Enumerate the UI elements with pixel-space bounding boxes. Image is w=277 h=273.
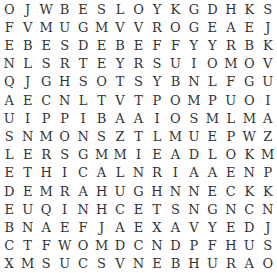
grid-cell-r10c6[interactable]: A	[92, 164, 110, 182]
grid-cell-r9c7[interactable]: M	[111, 146, 129, 164]
grid-cell-r3c5[interactable]: D	[74, 36, 92, 54]
grid-cell-r12c12[interactable]: G	[203, 200, 221, 218]
grid-cell-r11c5[interactable]: A	[74, 182, 92, 200]
grid-cell-r12c4[interactable]: I	[55, 200, 73, 218]
grid-cell-r7c9[interactable]: I	[148, 109, 166, 127]
grid-cell-r14c15[interactable]: S	[259, 237, 277, 255]
grid-cell-r3c3[interactable]: E	[37, 36, 55, 54]
grid-cell-r15c1[interactable]: X	[0, 255, 18, 273]
grid-cell-r3c2[interactable]: B	[18, 36, 36, 54]
grid-cell-r11c4[interactable]: R	[55, 182, 73, 200]
grid-cell-r12c11[interactable]: N	[185, 200, 203, 218]
grid-cell-r12c5[interactable]: N	[74, 200, 92, 218]
grid-cell-r7c4[interactable]: P	[55, 109, 73, 127]
grid-cell-r14c4[interactable]: W	[55, 237, 73, 255]
grid-cell-r3c4[interactable]: S	[55, 36, 73, 54]
grid-cell-r4c13[interactable]: M	[222, 55, 240, 73]
grid-cell-r5c11[interactable]: N	[185, 73, 203, 91]
grid-cell-r5c8[interactable]: S	[129, 73, 147, 91]
grid-cell-r6c4[interactable]: N	[55, 91, 73, 109]
grid-cell-r14c8[interactable]: C	[129, 237, 147, 255]
grid-cell-r14c5[interactable]: O	[74, 237, 92, 255]
grid-cell-r11c2[interactable]: E	[18, 182, 36, 200]
grid-cell-r6c12[interactable]: P	[203, 91, 221, 109]
grid-cell-r15c14[interactable]: A	[240, 255, 258, 273]
grid-cell-r10c1[interactable]: E	[0, 164, 18, 182]
grid-cell-r14c7[interactable]: D	[111, 237, 129, 255]
grid-cell-r2c8[interactable]: V	[129, 18, 147, 36]
grid-cell-r2c7[interactable]: V	[111, 18, 129, 36]
grid-cell-r9c14[interactable]: K	[240, 146, 258, 164]
grid-cell-r11c14[interactable]: K	[240, 182, 258, 200]
grid-cell-r12c15[interactable]: N	[259, 200, 277, 218]
grid-cell-r5c6[interactable]: O	[92, 73, 110, 91]
grid-cell-r10c13[interactable]: E	[222, 164, 240, 182]
grid-cell-r3c1[interactable]: E	[0, 36, 18, 54]
grid-cell-r10c8[interactable]: N	[129, 164, 147, 182]
grid-cell-r10c14[interactable]: N	[240, 164, 258, 182]
grid-cell-r7c5[interactable]: I	[74, 109, 92, 127]
grid-cell-r7c14[interactable]: M	[240, 109, 258, 127]
grid-cell-r14c9[interactable]: N	[148, 237, 166, 255]
grid-cell-r5c9[interactable]: Y	[148, 73, 166, 91]
grid-cell-r10c9[interactable]: R	[148, 164, 166, 182]
grid-cell-r8c8[interactable]: T	[129, 127, 147, 145]
grid-cell-r6c11[interactable]: M	[185, 91, 203, 109]
grid-cell-r2c12[interactable]: E	[203, 18, 221, 36]
grid-cell-r2c6[interactable]: M	[92, 18, 110, 36]
grid-cell-r4c5[interactable]: T	[74, 55, 92, 73]
grid-cell-r15c13[interactable]: R	[222, 255, 240, 273]
grid-cell-r7c12[interactable]: M	[203, 109, 221, 127]
grid-cell-r5c10[interactable]: B	[166, 73, 184, 91]
grid-cell-r4c14[interactable]: O	[240, 55, 258, 73]
grid-cell-r5c15[interactable]: U	[259, 73, 277, 91]
grid-cell-r9c6[interactable]: M	[92, 146, 110, 164]
grid-cell-r6c7[interactable]: V	[111, 91, 129, 109]
grid-cell-r4c8[interactable]: R	[129, 55, 147, 73]
grid-cell-r4c4[interactable]: R	[55, 55, 73, 73]
grid-cell-r3c6[interactable]: E	[92, 36, 110, 54]
grid-cell-r15c11[interactable]: H	[185, 255, 203, 273]
grid-cell-r1c3[interactable]: W	[37, 0, 55, 18]
grid-cell-r1c6[interactable]: S	[92, 0, 110, 18]
grid-cell-r4c7[interactable]: Y	[111, 55, 129, 73]
grid-cell-r15c6[interactable]: S	[92, 255, 110, 273]
grid-cell-r1c2[interactable]: J	[18, 0, 36, 18]
grid-cell-r8c7[interactable]: Z	[111, 127, 129, 145]
grid-cell-r1c12[interactable]: D	[203, 0, 221, 18]
grid-cell-r1c5[interactable]: E	[74, 0, 92, 18]
grid-cell-r11c11[interactable]: N	[185, 182, 203, 200]
grid-cell-r10c4[interactable]: I	[55, 164, 73, 182]
grid-cell-r1c14[interactable]: K	[240, 0, 258, 18]
grid-cell-r4c12[interactable]: O	[203, 55, 221, 73]
grid-cell-r5c13[interactable]: F	[222, 73, 240, 91]
grid-cell-r14c14[interactable]: U	[240, 237, 258, 255]
grid-cell-r8c11[interactable]: U	[185, 127, 203, 145]
grid-cell-r10c15[interactable]: P	[259, 164, 277, 182]
grid-cell-r3c11[interactable]: Y	[185, 36, 203, 54]
grid-cell-r7c7[interactable]: A	[111, 109, 129, 127]
grid-cell-r4c10[interactable]: U	[166, 55, 184, 73]
grid-cell-r12c7[interactable]: C	[111, 200, 129, 218]
grid-cell-r12c3[interactable]: Q	[37, 200, 55, 218]
grid-cell-r10c10[interactable]: I	[166, 164, 184, 182]
grid-cell-r11c7[interactable]: U	[111, 182, 129, 200]
grid-cell-r13c14[interactable]: D	[240, 218, 258, 236]
grid-cell-r1c7[interactable]: L	[111, 0, 129, 18]
grid-cell-r12c8[interactable]: E	[129, 200, 147, 218]
grid-cell-r11c15[interactable]: K	[259, 182, 277, 200]
grid-cell-r11c8[interactable]: G	[129, 182, 147, 200]
grid-cell-r6c9[interactable]: P	[148, 91, 166, 109]
word-search-grid: OJWBESLOYKGDHKSFVMUGMVVROGEAEJEBESDEBEFF…	[0, 0, 277, 273]
grid-cell-r5c1[interactable]: Q	[0, 73, 18, 91]
grid-cell-r4c15[interactable]: V	[259, 55, 277, 73]
grid-cell-r10c11[interactable]: A	[185, 164, 203, 182]
grid-cell-r8c13[interactable]: P	[222, 127, 240, 145]
grid-cell-r4c9[interactable]: S	[148, 55, 166, 73]
grid-cell-r15c3[interactable]: S	[37, 255, 55, 273]
grid-cell-r3c13[interactable]: R	[222, 36, 240, 54]
grid-cell-r13c1[interactable]: B	[0, 218, 18, 236]
grid-cell-r15c10[interactable]: B	[166, 255, 184, 273]
grid-cell-r8c1[interactable]: S	[0, 127, 18, 145]
grid-cell-r12c1[interactable]: E	[0, 200, 18, 218]
grid-cell-r14c2[interactable]: T	[18, 237, 36, 255]
grid-cell-r5c12[interactable]: L	[203, 73, 221, 91]
grid-cell-r1c9[interactable]: Y	[148, 0, 166, 18]
grid-cell-r4c3[interactable]: S	[37, 55, 55, 73]
grid-cell-r10c12[interactable]: A	[203, 164, 221, 182]
grid-cell-r6c3[interactable]: C	[37, 91, 55, 109]
grid-cell-r13c6[interactable]: J	[92, 218, 110, 236]
grid-cell-r9c4[interactable]: S	[55, 146, 73, 164]
grid-cell-r8c4[interactable]: O	[55, 127, 73, 145]
grid-cell-r8c2[interactable]: N	[18, 127, 36, 145]
grid-cell-r11c3[interactable]: M	[37, 182, 55, 200]
grid-cell-r13c9[interactable]: X	[148, 218, 166, 236]
grid-cell-r9c10[interactable]: A	[166, 146, 184, 164]
grid-cell-r15c9[interactable]: E	[148, 255, 166, 273]
grid-cell-r3c7[interactable]: B	[111, 36, 129, 54]
grid-cell-r15c4[interactable]: U	[55, 255, 73, 273]
grid-cell-r3c15[interactable]: K	[259, 36, 277, 54]
grid-cell-r2c11[interactable]: G	[185, 18, 203, 36]
grid-cell-r15c15[interactable]: O	[259, 255, 277, 273]
grid-cell-r6c8[interactable]: T	[129, 91, 147, 109]
grid-cell-r5c4[interactable]: H	[55, 73, 73, 91]
grid-cell-r11c10[interactable]: N	[166, 182, 184, 200]
grid-cell-r4c1[interactable]: N	[0, 55, 18, 73]
grid-cell-r12c14[interactable]: C	[240, 200, 258, 218]
grid-cell-r15c12[interactable]: U	[203, 255, 221, 273]
grid-cell-r7c13[interactable]: L	[222, 109, 240, 127]
grid-cell-r9c5[interactable]: G	[74, 146, 92, 164]
grid-cell-r6c14[interactable]: O	[240, 91, 258, 109]
grid-cell-r7c6[interactable]: B	[92, 109, 110, 127]
grid-cell-r2c13[interactable]: A	[222, 18, 240, 36]
grid-cell-r2c1[interactable]: F	[0, 18, 18, 36]
grid-cell-r9c11[interactable]: D	[185, 146, 203, 164]
grid-cell-r2c5[interactable]: G	[74, 18, 92, 36]
grid-cell-r1c11[interactable]: G	[185, 0, 203, 18]
grid-cell-r14c12[interactable]: F	[203, 237, 221, 255]
grid-cell-r4c6[interactable]: E	[92, 55, 110, 73]
grid-cell-r5c3[interactable]: G	[37, 73, 55, 91]
grid-cell-r6c15[interactable]: I	[259, 91, 277, 109]
grid-cell-r8c6[interactable]: S	[92, 127, 110, 145]
grid-cell-r6c6[interactable]: T	[92, 91, 110, 109]
grid-cell-r14c1[interactable]: C	[0, 237, 18, 255]
grid-cell-r11c6[interactable]: H	[92, 182, 110, 200]
grid-cell-r13c15[interactable]: J	[259, 218, 277, 236]
grid-cell-r15c8[interactable]: N	[129, 255, 147, 273]
grid-cell-r7c8[interactable]: A	[129, 109, 147, 127]
grid-cell-r13c8[interactable]: E	[129, 218, 147, 236]
grid-cell-r2c4[interactable]: U	[55, 18, 73, 36]
grid-cell-r6c13[interactable]: U	[222, 91, 240, 109]
grid-cell-r13c7[interactable]: A	[111, 218, 129, 236]
grid-cell-r11c1[interactable]: D	[0, 182, 18, 200]
grid-cell-r8c3[interactable]: M	[37, 127, 55, 145]
grid-cell-r7c3[interactable]: P	[37, 109, 55, 127]
grid-cell-r15c5[interactable]: C	[74, 255, 92, 273]
grid-cell-r9c9[interactable]: E	[148, 146, 166, 164]
grid-cell-r13c5[interactable]: F	[74, 218, 92, 236]
grid-cell-r14c11[interactable]: P	[185, 237, 203, 255]
grid-cell-r4c11[interactable]: I	[185, 55, 203, 73]
grid-cell-r10c5[interactable]: C	[74, 164, 92, 182]
grid-cell-r13c11[interactable]: V	[185, 218, 203, 236]
grid-cell-r2c10[interactable]: O	[166, 18, 184, 36]
grid-cell-r13c2[interactable]: N	[18, 218, 36, 236]
grid-cell-r8c9[interactable]: L	[148, 127, 166, 145]
grid-cell-r1c1[interactable]: O	[0, 0, 18, 18]
grid-cell-r2c14[interactable]: E	[240, 18, 258, 36]
grid-cell-r7c10[interactable]: O	[166, 109, 184, 127]
grid-cell-r8c14[interactable]: W	[240, 127, 258, 145]
grid-cell-r9c3[interactable]: R	[37, 146, 55, 164]
grid-cell-r5c7[interactable]: T	[111, 73, 129, 91]
grid-cell-r11c13[interactable]: C	[222, 182, 240, 200]
grid-cell-r2c3[interactable]: M	[37, 18, 55, 36]
grid-cell-r9c12[interactable]: L	[203, 146, 221, 164]
grid-cell-r2c15[interactable]: J	[259, 18, 277, 36]
grid-cell-r3c12[interactable]: Y	[203, 36, 221, 54]
grid-cell-r14c13[interactable]: H	[222, 237, 240, 255]
grid-cell-r14c3[interactable]: F	[37, 237, 55, 255]
grid-cell-r3c14[interactable]: B	[240, 36, 258, 54]
grid-cell-r11c9[interactable]: H	[148, 182, 166, 200]
grid-cell-r15c2[interactable]: M	[18, 255, 36, 273]
grid-cell-r1c4[interactable]: B	[55, 0, 73, 18]
grid-cell-r6c1[interactable]: A	[0, 91, 18, 109]
grid-cell-r6c2[interactable]: E	[18, 91, 36, 109]
grid-cell-r1c8[interactable]: O	[129, 0, 147, 18]
grid-cell-r10c2[interactable]: T	[18, 164, 36, 182]
grid-cell-r5c14[interactable]: G	[240, 73, 258, 91]
grid-cell-r5c5[interactable]: S	[74, 73, 92, 91]
grid-cell-r13c10[interactable]: A	[166, 218, 184, 236]
grid-cell-r8c12[interactable]: E	[203, 127, 221, 145]
grid-cell-r8c5[interactable]: N	[74, 127, 92, 145]
grid-cell-r12c13[interactable]: N	[222, 200, 240, 218]
grid-cell-r13c13[interactable]: E	[222, 218, 240, 236]
grid-cell-r4c2[interactable]: L	[18, 55, 36, 73]
grid-cell-r7c11[interactable]: S	[185, 109, 203, 127]
grid-cell-r14c6[interactable]: M	[92, 237, 110, 255]
grid-cell-r14c10[interactable]: D	[166, 237, 184, 255]
grid-cell-r15c7[interactable]: V	[111, 255, 129, 273]
grid-cell-r12c6[interactable]: H	[92, 200, 110, 218]
grid-cell-r1c13[interactable]: H	[222, 0, 240, 18]
grid-cell-r1c15[interactable]: S	[259, 0, 277, 18]
grid-cell-r2c2[interactable]: V	[18, 18, 36, 36]
grid-cell-r5c2[interactable]: J	[18, 73, 36, 91]
grid-cell-r9c2[interactable]: E	[18, 146, 36, 164]
grid-cell-r6c10[interactable]: O	[166, 91, 184, 109]
grid-cell-r7c15[interactable]: A	[259, 109, 277, 127]
grid-cell-r9c8[interactable]: I	[129, 146, 147, 164]
grid-cell-r6c5[interactable]: L	[74, 91, 92, 109]
grid-cell-r9c15[interactable]: M	[259, 146, 277, 164]
grid-cell-r9c1[interactable]: L	[0, 146, 18, 164]
grid-cell-r10c3[interactable]: H	[37, 164, 55, 182]
grid-cell-r3c10[interactable]: F	[166, 36, 184, 54]
grid-cell-r13c4[interactable]: E	[55, 218, 73, 236]
grid-cell-r8c15[interactable]: Z	[259, 127, 277, 145]
grid-cell-r9c13[interactable]: O	[222, 146, 240, 164]
grid-cell-r12c2[interactable]: U	[18, 200, 36, 218]
grid-cell-r13c12[interactable]: Y	[203, 218, 221, 236]
grid-cell-r7c2[interactable]: I	[18, 109, 36, 127]
grid-cell-r8c10[interactable]: M	[166, 127, 184, 145]
grid-cell-r3c9[interactable]: F	[148, 36, 166, 54]
grid-cell-r3c8[interactable]: E	[129, 36, 147, 54]
grid-cell-r12c10[interactable]: S	[166, 200, 184, 218]
grid-cell-r12c9[interactable]: T	[148, 200, 166, 218]
grid-cell-r7c1[interactable]: U	[0, 109, 18, 127]
grid-cell-r1c10[interactable]: K	[166, 0, 184, 18]
grid-cell-r11c12[interactable]: E	[203, 182, 221, 200]
grid-cell-r10c7[interactable]: L	[111, 164, 129, 182]
grid-cell-r13c3[interactable]: A	[37, 218, 55, 236]
grid-cell-r2c9[interactable]: R	[148, 18, 166, 36]
